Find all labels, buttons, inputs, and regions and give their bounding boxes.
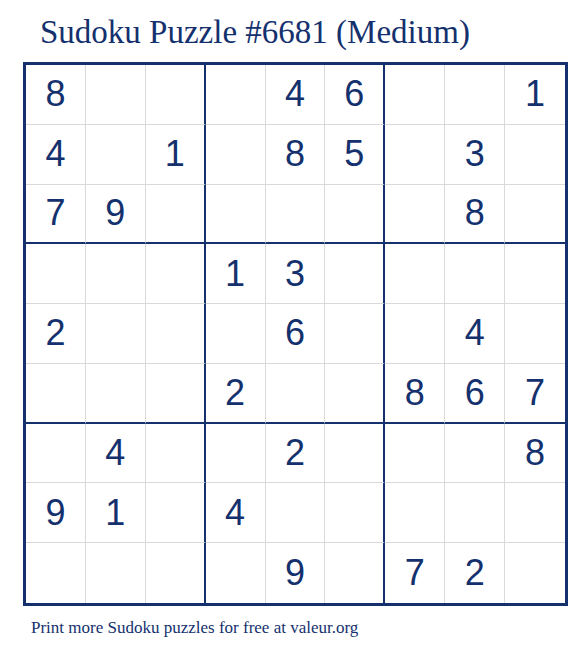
- cell-r3c9: [505, 185, 565, 245]
- cell-r8c1: 9: [26, 483, 86, 543]
- cell-r4c6: [325, 244, 385, 304]
- cell-r1c7: [385, 65, 445, 125]
- cell-r3c6: [325, 185, 385, 245]
- cell-r8c9: [505, 483, 565, 543]
- cell-r5c2: [86, 304, 146, 364]
- cell-r5c4: [206, 304, 266, 364]
- cell-r2c6: 5: [325, 125, 385, 185]
- cell-r1c2: [86, 65, 146, 125]
- cell-r4c5: 3: [266, 244, 326, 304]
- cell-r7c1: [26, 424, 86, 484]
- cell-r2c4: [206, 125, 266, 185]
- cell-r9c6: [325, 543, 385, 603]
- cell-r6c7: 8: [385, 364, 445, 424]
- cell-r7c3: [146, 424, 206, 484]
- cell-r5c8: 4: [445, 304, 505, 364]
- cell-r1c1: 8: [26, 65, 86, 125]
- cell-r4c2: [86, 244, 146, 304]
- cell-r9c8: 2: [445, 543, 505, 603]
- cell-r3c5: [266, 185, 326, 245]
- cell-r7c8: [445, 424, 505, 484]
- cell-r1c6: 6: [325, 65, 385, 125]
- cell-r4c9: [505, 244, 565, 304]
- cell-r9c1: [26, 543, 86, 603]
- cell-r7c9: 8: [505, 424, 565, 484]
- cell-r7c7: [385, 424, 445, 484]
- cell-r4c4: 1: [206, 244, 266, 304]
- cell-r1c5: 4: [266, 65, 326, 125]
- cell-r3c7: [385, 185, 445, 245]
- cell-r8c3: [146, 483, 206, 543]
- cell-r5c5: 6: [266, 304, 326, 364]
- cell-r2c9: [505, 125, 565, 185]
- cell-r5c9: [505, 304, 565, 364]
- cell-r2c5: 8: [266, 125, 326, 185]
- cell-r8c2: 1: [86, 483, 146, 543]
- cell-r7c6: [325, 424, 385, 484]
- cell-r3c1: 7: [26, 185, 86, 245]
- page-title: Sudoku Puzzle #6681 (Medium): [40, 13, 574, 51]
- cell-r8c5: [266, 483, 326, 543]
- cell-r4c8: [445, 244, 505, 304]
- cell-r7c4: [206, 424, 266, 484]
- cell-r5c6: [325, 304, 385, 364]
- cell-r2c1: 4: [26, 125, 86, 185]
- cell-r8c6: [325, 483, 385, 543]
- cell-r1c9: 1: [505, 65, 565, 125]
- cell-r9c3: [146, 543, 206, 603]
- cell-r6c5: [266, 364, 326, 424]
- cell-r4c3: [146, 244, 206, 304]
- cell-r4c7: [385, 244, 445, 304]
- cell-r9c5: 9: [266, 543, 326, 603]
- cell-r9c7: 7: [385, 543, 445, 603]
- cell-r6c6: [325, 364, 385, 424]
- cell-r6c4: 2: [206, 364, 266, 424]
- cell-r8c7: [385, 483, 445, 543]
- cell-r8c4: 4: [206, 483, 266, 543]
- cell-r6c3: [146, 364, 206, 424]
- cell-r5c7: [385, 304, 445, 364]
- cell-r1c3: [146, 65, 206, 125]
- cell-r6c9: 7: [505, 364, 565, 424]
- page: Sudoku Puzzle #6681 (Medium) 84614185379…: [0, 13, 574, 638]
- footer-text: Print more Sudoku puzzles for free at va…: [31, 618, 574, 638]
- cell-r1c4: [206, 65, 266, 125]
- cell-r6c2: [86, 364, 146, 424]
- cell-r5c1: 2: [26, 304, 86, 364]
- cell-r9c4: [206, 543, 266, 603]
- cell-r9c2: [86, 543, 146, 603]
- cell-r7c2: 4: [86, 424, 146, 484]
- cell-r4c1: [26, 244, 86, 304]
- cell-r8c8: [445, 483, 505, 543]
- cell-r2c2: [86, 125, 146, 185]
- cell-r6c8: 6: [445, 364, 505, 424]
- cell-r3c8: 8: [445, 185, 505, 245]
- cell-r1c8: [445, 65, 505, 125]
- cell-r3c2: 9: [86, 185, 146, 245]
- cell-r2c3: 1: [146, 125, 206, 185]
- cell-r5c3: [146, 304, 206, 364]
- cell-r9c9: [505, 543, 565, 603]
- cell-r2c8: 3: [445, 125, 505, 185]
- cell-r3c4: [206, 185, 266, 245]
- sudoku-board: 846141853798132642867428914972: [23, 62, 568, 606]
- cell-r7c5: 2: [266, 424, 326, 484]
- cell-r6c1: [26, 364, 86, 424]
- cell-r2c7: [385, 125, 445, 185]
- cell-r3c3: [146, 185, 206, 245]
